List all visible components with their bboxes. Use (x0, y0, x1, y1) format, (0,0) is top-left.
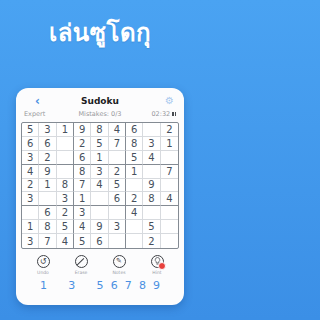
grid-cell-r2c4[interactable]: 2 (74, 137, 91, 151)
grid-cell-r3c5[interactable]: 1 (91, 151, 108, 165)
grid-cell-r2c7[interactable]: 8 (126, 137, 143, 151)
grid-cell-r1c5[interactable]: 8 (91, 123, 108, 137)
grid-cell-r1c2[interactable]: 3 (39, 123, 56, 137)
grid-cell-r3c2[interactable]: 2 (39, 151, 56, 165)
grid-cell-r3c8[interactable]: 4 (143, 151, 160, 165)
grid-cell-r1c8[interactable] (143, 123, 160, 137)
grid-cell-r2c2[interactable]: 6 (39, 137, 56, 151)
grid-cell-r8c2[interactable]: 8 (39, 220, 56, 234)
numpad-8[interactable]: 8 (137, 279, 148, 292)
grid-cell-r5c9[interactable] (161, 179, 178, 193)
grid-cell-r5c5[interactable]: 4 (91, 179, 108, 193)
grid-cell-r8c4[interactable]: 4 (74, 220, 91, 234)
numpad-3[interactable]: 3 (66, 279, 77, 292)
grid-cell-r3c7[interactable]: 5 (126, 151, 143, 165)
grid-cell-r7c7[interactable]: 4 (126, 206, 143, 220)
grid-cell-r5c2[interactable]: 1 (39, 179, 56, 193)
erase-label: Erase (75, 270, 88, 275)
grid-cell-r8c6[interactable]: 3 (109, 220, 126, 234)
grid-cell-r8c1[interactable]: 1 (22, 220, 39, 234)
grid-cell-r6c8[interactable]: 8 (143, 192, 160, 206)
grid-cell-r8c7[interactable] (126, 220, 143, 234)
grid-cell-r8c3[interactable]: 5 (57, 220, 74, 234)
grid-cell-r5c4[interactable]: 7 (74, 179, 91, 193)
grid-cell-r6c2[interactable] (39, 192, 56, 206)
grid-cell-r2c5[interactable]: 5 (91, 137, 108, 151)
sudoku-app-card: ‹ Sudoku ⚙ Expert Mistakes: 0/3 02:32 53… (16, 88, 184, 305)
grid-cell-r9c9[interactable] (161, 234, 178, 248)
notes-label: Notes (113, 270, 126, 275)
grid-cell-r5c6[interactable]: 5 (109, 179, 126, 193)
grid-cell-r3c9[interactable] (161, 151, 178, 165)
grid-cell-r4c5[interactable]: 3 (91, 165, 108, 179)
grid-cell-r3c4[interactable]: 6 (74, 151, 91, 165)
app-header: ‹ Sudoku ⚙ (21, 95, 179, 107)
grid-cell-r5c3[interactable]: 8 (57, 179, 74, 193)
grid-cell-r6c3[interactable]: 3 (57, 192, 74, 206)
erase-button[interactable]: Erase (67, 255, 95, 275)
hint-badge (158, 262, 166, 270)
grid-cell-r1c9[interactable]: 2 (161, 123, 178, 137)
grid-cell-r9c3[interactable]: 4 (57, 234, 74, 248)
grid-cell-r6c1[interactable]: 3 (22, 192, 39, 206)
grid-cell-r1c4[interactable]: 9 (74, 123, 91, 137)
timer-value: 02:32 (151, 110, 170, 118)
numpad-7[interactable]: 7 (123, 279, 134, 292)
grid-cell-r7c8[interactable] (143, 206, 160, 220)
sudoku-grid: 5319846266257831326154498321721874593316… (21, 122, 179, 249)
grid-cell-r4c3[interactable] (57, 165, 74, 179)
gear-icon[interactable]: ⚙ (165, 96, 174, 106)
numpad-9[interactable]: 9 (151, 279, 162, 292)
undo-button[interactable]: ↺ Undo (29, 255, 57, 275)
page-title: เล่นซูโดกุ (0, 0, 200, 52)
difficulty-label: Expert (24, 110, 64, 118)
lightbulb-icon (151, 255, 164, 268)
grid-cell-r6c6[interactable]: 6 (109, 192, 126, 206)
notes-button[interactable]: ✎ Notes (105, 255, 133, 275)
numpad-5[interactable]: 5 (95, 279, 106, 292)
grid-cell-r3c1[interactable]: 3 (22, 151, 39, 165)
toolbar: ↺ Undo Erase ✎ Notes Hint (29, 255, 171, 275)
grid-cell-r7c9[interactable] (161, 206, 178, 220)
grid-cell-r9c5[interactable]: 6 (91, 234, 108, 248)
grid-cell-r6c5[interactable] (91, 192, 108, 206)
grid-cell-r4c1[interactable]: 4 (22, 165, 39, 179)
grid-cell-r1c7[interactable]: 6 (126, 123, 143, 137)
numpad-6[interactable]: 6 (109, 279, 120, 292)
grid-cell-r4c9[interactable]: 7 (161, 165, 178, 179)
hint-label: Hint (152, 270, 161, 275)
grid-cell-r8c5[interactable]: 9 (91, 220, 108, 234)
number-pad: 123456789 (38, 279, 162, 292)
pencil-icon: ✎ (113, 255, 126, 268)
grid-cell-r1c3[interactable]: 1 (57, 123, 74, 137)
grid-cell-r7c2[interactable]: 6 (39, 206, 56, 220)
grid-cell-r5c1[interactable]: 2 (22, 179, 39, 193)
grid-cell-r7c5[interactable] (91, 206, 108, 220)
grid-cell-r1c6[interactable]: 4 (109, 123, 126, 137)
grid-cell-r9c8[interactable]: 2 (143, 234, 160, 248)
grid-cell-r3c3[interactable] (57, 151, 74, 165)
grid-cell-r6c9[interactable]: 4 (161, 192, 178, 206)
undo-label: Undo (37, 270, 49, 275)
grid-cell-r6c4[interactable]: 1 (74, 192, 91, 206)
grid-cell-r4c7[interactable]: 1 (126, 165, 143, 179)
grid-cell-r8c8[interactable]: 5 (143, 220, 160, 234)
grid-cell-r8c9[interactable] (161, 220, 178, 234)
grid-cell-r7c4[interactable]: 3 (74, 206, 91, 220)
hint-button[interactable]: Hint (143, 255, 171, 275)
grid-cell-r9c6[interactable] (109, 234, 126, 248)
grid-cell-r4c8[interactable] (143, 165, 160, 179)
grid-cell-r6c7[interactable]: 2 (126, 192, 143, 206)
undo-icon: ↺ (37, 255, 50, 268)
grid-cell-r9c1[interactable]: 3 (22, 234, 39, 248)
grid-cell-r9c7[interactable] (126, 234, 143, 248)
grid-cell-r5c7[interactable] (126, 179, 143, 193)
grid-cell-r9c2[interactable]: 7 (39, 234, 56, 248)
grid-cell-r7c3[interactable]: 2 (57, 206, 74, 220)
mistakes-counter: Mistakes: 0/3 (64, 110, 136, 118)
grid-cell-r7c1[interactable] (22, 206, 39, 220)
grid-cell-r2c9[interactable]: 1 (161, 137, 178, 151)
back-icon[interactable]: ‹ (35, 96, 40, 106)
grid-cell-r4c2[interactable]: 9 (39, 165, 56, 179)
erase-icon (75, 255, 88, 268)
numpad-1[interactable]: 1 (38, 279, 49, 292)
grid-cell-r2c6[interactable]: 7 (109, 137, 126, 151)
timer-wrap: 02:32 (136, 110, 176, 118)
grid-cell-r9c4[interactable]: 5 (74, 234, 91, 248)
grid-cell-r2c8[interactable]: 3 (143, 137, 160, 151)
stats-row: Expert Mistakes: 0/3 02:32 (24, 110, 176, 118)
grid-cell-r7c6[interactable] (109, 206, 126, 220)
grid-cell-r5c8[interactable]: 9 (143, 179, 160, 193)
grid-cell-r2c3[interactable] (57, 137, 74, 151)
app-title: Sudoku (21, 96, 179, 106)
grid-cell-r2c1[interactable]: 6 (22, 137, 39, 151)
grid-cell-r3c6[interactable] (109, 151, 126, 165)
grid-cell-r4c6[interactable]: 2 (109, 165, 126, 179)
grid-cell-r4c4[interactable]: 8 (74, 165, 91, 179)
pause-icon[interactable] (172, 112, 176, 117)
grid-cell-r1c1[interactable]: 5 (22, 123, 39, 137)
